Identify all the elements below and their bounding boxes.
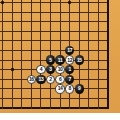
- board-grid-line: [98, 0, 99, 109]
- stone-black-17: 17: [65, 46, 74, 55]
- stone-white-16: 16: [27, 75, 36, 84]
- move-number: 14: [58, 86, 63, 91]
- board-grid-line: [88, 0, 89, 109]
- move-number: 1: [69, 67, 71, 72]
- hoshi-point: [11, 68, 14, 71]
- move-number: 9: [78, 86, 80, 91]
- board-grid-line: [0, 2, 109, 3]
- stone-white-12: 12: [65, 55, 74, 64]
- stone-black-3: 3: [46, 65, 55, 74]
- stone-black-11: 11: [55, 55, 64, 64]
- move-number: 2: [49, 77, 51, 82]
- stone-black-5: 5: [46, 55, 55, 64]
- board-right-edge-line: [107, 0, 109, 109]
- board-grid-line: [0, 50, 109, 51]
- board-grid-line: [21, 0, 22, 109]
- board-grid-line: [31, 0, 32, 109]
- move-number: 3: [49, 67, 51, 72]
- stone-white-8: 8: [65, 84, 74, 93]
- board-grid-line: [2, 0, 3, 109]
- stone-white-4: 4: [36, 65, 45, 74]
- board-grid-line: [0, 21, 109, 22]
- hoshi-point: [1, 1, 4, 4]
- board-grid-line: [40, 0, 41, 109]
- board-bottom-edge-line: [0, 107, 109, 109]
- move-number: 6: [59, 77, 61, 82]
- move-number: 17: [67, 48, 72, 53]
- stone-black-13: 13: [36, 75, 45, 84]
- move-number: 4: [40, 67, 42, 72]
- move-number: 8: [69, 86, 71, 91]
- board-grid-line: [0, 31, 109, 32]
- move-number: 7: [69, 77, 71, 82]
- move-number: 16: [29, 77, 34, 82]
- window-background: [0, 113, 120, 120]
- board-grid-line: [12, 0, 13, 109]
- board-grid-line: [0, 12, 109, 13]
- stone-black-1: 1: [65, 65, 74, 74]
- go-diagram-window: 1234567891011121314151617: [0, 0, 120, 120]
- move-number: 5: [49, 57, 51, 62]
- move-number: 11: [58, 57, 63, 62]
- hoshi-point: [68, 1, 71, 4]
- move-number: 13: [39, 77, 44, 82]
- stone-white-14: 14: [55, 84, 64, 93]
- board-grid-line: [0, 98, 109, 99]
- stone-black-15: 15: [75, 55, 84, 64]
- board-grid-line: [0, 40, 109, 41]
- stone-white-10: 10: [55, 65, 64, 74]
- stone-white-2: 2: [46, 75, 55, 84]
- stone-black-7: 7: [65, 75, 74, 84]
- move-number: 10: [58, 67, 63, 72]
- go-board[interactable]: 1234567891011121314151617: [0, 0, 120, 113]
- move-number: 15: [77, 57, 82, 62]
- move-number: 12: [67, 57, 72, 62]
- stone-black-9: 9: [75, 84, 84, 93]
- stone-white-6: 6: [55, 75, 64, 84]
